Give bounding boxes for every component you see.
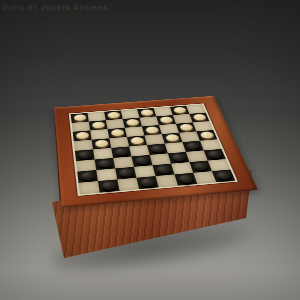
white-piece	[179, 124, 194, 131]
black-piece	[97, 159, 112, 168]
watermark: Dolls Et Jouets Anciens	[2, 3, 109, 12]
black-piece	[215, 171, 232, 180]
black-piece	[155, 165, 171, 174]
board-frame	[69, 103, 238, 196]
white-piece	[73, 114, 86, 121]
black-piece	[177, 174, 193, 183]
white-piece	[125, 119, 139, 126]
black-piece	[171, 153, 187, 161]
white-piece	[159, 116, 173, 123]
white-piece	[110, 129, 124, 137]
white-piece	[140, 109, 154, 116]
black-piece	[101, 181, 117, 191]
black-piece	[139, 178, 155, 187]
board-square	[79, 181, 100, 194]
photo: Dolls Et Jouets Anciens	[0, 0, 300, 300]
white-piece	[199, 131, 214, 139]
white-piece	[165, 134, 180, 142]
board-square	[117, 178, 139, 191]
black-piece	[192, 162, 208, 171]
white-piece	[145, 126, 159, 134]
white-piece	[172, 107, 186, 114]
board-square	[212, 170, 235, 183]
white-piece	[91, 121, 105, 128]
black-piece	[114, 148, 129, 156]
game-box-top	[54, 96, 258, 208]
white-piece	[94, 140, 108, 148]
black-piece	[150, 145, 165, 153]
black-piece	[80, 171, 95, 180]
black-piece	[207, 150, 223, 158]
black-piece	[78, 151, 92, 159]
black-piece	[185, 142, 200, 150]
white-piece	[130, 137, 145, 145]
white-piece	[192, 114, 207, 121]
white-piece	[75, 132, 89, 140]
checkers-board	[71, 104, 236, 194]
white-piece	[107, 112, 120, 119]
board-square	[98, 179, 120, 192]
black-piece	[118, 168, 133, 177]
black-piece	[134, 156, 149, 165]
